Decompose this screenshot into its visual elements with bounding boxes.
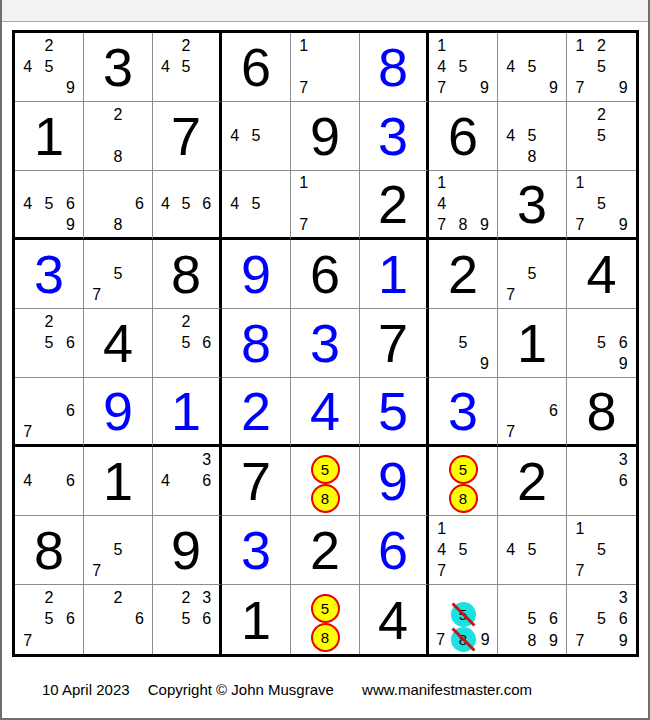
candidate-slot-4: 4 bbox=[155, 56, 176, 77]
candidate-slot-3: 3 bbox=[612, 449, 634, 470]
cell-r4c7[interactable]: 2 bbox=[429, 240, 498, 309]
cell-r6c1[interactable]: 67 bbox=[15, 378, 84, 447]
cell-r5c3[interactable]: 256 bbox=[153, 309, 222, 378]
cell-r4c4[interactable]: 9 bbox=[222, 240, 291, 309]
candidate-9: 9 bbox=[619, 216, 628, 234]
cell-r3c3[interactable]: 456 bbox=[153, 171, 222, 240]
candidate-slot-5 bbox=[38, 401, 59, 422]
cell-r8c7[interactable]: 1457 bbox=[429, 516, 498, 585]
candidate-slot-8 bbox=[38, 421, 59, 442]
candidate-slot-6: 6 bbox=[60, 332, 81, 353]
cell-r5c7[interactable]: 59 bbox=[429, 309, 498, 378]
cell-r1c3[interactable]: 245 bbox=[153, 33, 222, 102]
candidate-slot-7: 7 bbox=[431, 627, 451, 652]
candidate-slot-9 bbox=[612, 147, 634, 168]
candidate-slot-8 bbox=[591, 630, 613, 652]
candidate-9: 9 bbox=[66, 216, 75, 234]
cell-r7c4[interactable]: 7 bbox=[222, 447, 291, 516]
candidate-slot-7: 7 bbox=[500, 421, 521, 442]
candidate-7: 7 bbox=[23, 423, 32, 441]
candidate-3: 3 bbox=[619, 451, 628, 469]
candidate-slot-3 bbox=[543, 35, 564, 56]
solved-digit: 1 bbox=[34, 109, 64, 163]
solved-digit: 2 bbox=[378, 177, 408, 231]
cell-r9c1[interactable]: 2567 bbox=[15, 585, 84, 654]
candidate-5-yellow-circle: 5 bbox=[311, 455, 340, 484]
candidate-grid: 5789 bbox=[429, 585, 497, 654]
candidate-slot-9 bbox=[478, 484, 496, 513]
candidate-slot-1 bbox=[500, 518, 521, 539]
candidate-slot-3 bbox=[612, 518, 634, 539]
cell-r9c5[interactable]: 58 bbox=[291, 585, 360, 654]
candidate-1: 1 bbox=[575, 37, 584, 55]
candidate-slot-3 bbox=[60, 587, 81, 609]
candidate-slot-8 bbox=[176, 354, 197, 375]
candidate-slot-8: 8 bbox=[107, 147, 128, 168]
candidate-slot-3 bbox=[336, 35, 357, 56]
candidate-slot-3 bbox=[60, 173, 81, 194]
candidate-slot-1 bbox=[86, 242, 107, 263]
cell-r4c5[interactable]: 6 bbox=[291, 240, 360, 309]
candidate-2: 2 bbox=[45, 313, 54, 331]
cell-r2c4[interactable]: 45 bbox=[222, 102, 291, 171]
candidate-grid: 28 bbox=[84, 102, 152, 170]
cell-r9c9[interactable]: 35679 bbox=[567, 585, 636, 654]
candidate-slot-5 bbox=[521, 401, 542, 422]
candidate-slot-3 bbox=[474, 35, 495, 56]
candidate-slot-3 bbox=[474, 518, 495, 539]
candidate-slot-2: 2 bbox=[591, 104, 613, 125]
cell-r3c9[interactable]: 1579 bbox=[567, 171, 636, 240]
candidate-8: 8 bbox=[114, 148, 123, 166]
candidate-slot-1 bbox=[500, 35, 521, 56]
candidate-slot-4 bbox=[569, 194, 591, 215]
candidate-slot-4: 4 bbox=[17, 470, 38, 491]
candidate-2: 2 bbox=[182, 589, 191, 607]
solved-digit: 9 bbox=[103, 384, 133, 438]
candidate-9: 9 bbox=[619, 355, 628, 373]
candidate-slot-2 bbox=[591, 311, 613, 332]
candidate-7: 7 bbox=[23, 632, 32, 650]
candidate-slot-4 bbox=[17, 609, 38, 631]
cell-r6c8[interactable]: 67 bbox=[498, 378, 567, 447]
cell-r1c9[interactable]: 12579 bbox=[567, 33, 636, 102]
candidate-grid: 346 bbox=[153, 447, 219, 515]
candidate-slot-1 bbox=[500, 380, 521, 401]
candidate-slot-2: 2 bbox=[176, 587, 197, 609]
candidate-slot-7 bbox=[155, 78, 176, 99]
cell-r1c8[interactable]: 459 bbox=[498, 33, 567, 102]
candidate-grid: 1457 bbox=[429, 516, 497, 584]
candidate-slot-5: 5 bbox=[591, 539, 613, 560]
candidate-slot-9 bbox=[336, 214, 357, 235]
candidate-slot-2 bbox=[521, 104, 542, 125]
cell-r4c6[interactable]: 1 bbox=[360, 240, 429, 309]
cell-r3c4[interactable]: 45 bbox=[222, 171, 291, 240]
candidate-slot-1 bbox=[569, 449, 591, 470]
cell-r9c8[interactable]: 5689 bbox=[498, 585, 567, 654]
candidate-slot-6: 6 bbox=[60, 401, 81, 422]
candidate-slot-9: 9 bbox=[543, 630, 564, 652]
solved-digit: 1 bbox=[517, 316, 547, 370]
cell-r2c5[interactable]: 9 bbox=[291, 102, 360, 171]
cell-r4c1[interactable]: 3 bbox=[15, 240, 84, 309]
candidate-slot-8: 8 bbox=[521, 630, 542, 652]
candidate-slot-3 bbox=[196, 35, 217, 56]
candidate-slot-9 bbox=[543, 421, 564, 442]
sudoku-board: 2459324561781457945912579128745936458254… bbox=[12, 30, 639, 657]
candidate-grid: 458 bbox=[498, 102, 566, 170]
candidate-grid: 35679 bbox=[567, 585, 636, 654]
candidate-slot-9: 9 bbox=[612, 354, 634, 375]
candidate-8-cyan-circle-struck: 8 bbox=[451, 627, 476, 652]
candidate-slot-6 bbox=[340, 594, 358, 623]
candidate-4: 4 bbox=[161, 472, 170, 490]
candidate-5: 5 bbox=[597, 195, 606, 213]
cell-r5c1[interactable]: 256 bbox=[15, 309, 84, 378]
cell-r6c6[interactable]: 5 bbox=[360, 378, 429, 447]
candidate-slot-3 bbox=[476, 587, 496, 602]
candidate-5: 5 bbox=[45, 195, 54, 213]
cell-r5c2[interactable]: 4 bbox=[84, 309, 153, 378]
candidate-slot-7 bbox=[155, 492, 176, 513]
cell-r7c5[interactable]: 58 bbox=[291, 447, 360, 516]
candidate-6: 6 bbox=[619, 472, 628, 490]
cell-r2c9[interactable]: 25 bbox=[567, 102, 636, 171]
candidate-5: 5 bbox=[597, 541, 606, 559]
cell-r8c2[interactable]: 57 bbox=[84, 516, 153, 585]
candidate-slot-5: 5 bbox=[521, 539, 542, 560]
candidate-slot-6 bbox=[612, 56, 634, 77]
candidate-slot-4 bbox=[431, 332, 452, 353]
candidate-slot-9 bbox=[129, 561, 150, 582]
cell-r4c2[interactable]: 57 bbox=[84, 240, 153, 309]
cell-r8c1[interactable]: 8 bbox=[15, 516, 84, 585]
candidate-slot-7 bbox=[224, 214, 245, 235]
cell-r7c3[interactable]: 346 bbox=[153, 447, 222, 516]
cell-r5c5[interactable]: 3 bbox=[291, 309, 360, 378]
candidate-slot-1 bbox=[17, 311, 38, 332]
candidate-slot-7: 7 bbox=[17, 421, 38, 442]
candidate-slot-7: 7 bbox=[431, 78, 452, 99]
candidate-slot-5: 5 bbox=[176, 332, 197, 353]
candidate-slot-2 bbox=[107, 518, 128, 539]
candidate-slot-5: 5 bbox=[176, 56, 197, 77]
cell-r6c4[interactable]: 2 bbox=[222, 378, 291, 447]
candidate-slot-2 bbox=[591, 587, 613, 609]
candidate-slot-3: 3 bbox=[196, 587, 217, 609]
candidate-slot-4: 4 bbox=[500, 539, 521, 560]
candidate-slot-4 bbox=[431, 602, 451, 627]
solved-digit: 6 bbox=[448, 109, 478, 163]
candidate-1: 1 bbox=[437, 520, 446, 538]
candidate-grid: 456 bbox=[153, 171, 219, 237]
candidate-slot-7 bbox=[17, 78, 38, 99]
cell-r2c3[interactable]: 7 bbox=[153, 102, 222, 171]
candidate-4: 4 bbox=[506, 541, 515, 559]
candidate-slot-7 bbox=[293, 484, 311, 513]
candidate-slot-6 bbox=[267, 194, 288, 215]
candidate-slot-6 bbox=[267, 125, 288, 146]
candidate-grid: 36 bbox=[567, 447, 636, 515]
cell-r6c5[interactable]: 4 bbox=[291, 378, 360, 447]
solved-digit: 3 bbox=[448, 384, 478, 438]
candidate-grid: 58 bbox=[429, 447, 497, 515]
cell-r3c7[interactable]: 14789 bbox=[429, 171, 498, 240]
cell-r4c8[interactable]: 57 bbox=[498, 240, 567, 309]
cell-r1c4[interactable]: 6 bbox=[222, 33, 291, 102]
cell-r6c2[interactable]: 9 bbox=[84, 378, 153, 447]
candidate-9: 9 bbox=[619, 632, 628, 650]
candidate-slot-8 bbox=[591, 492, 613, 513]
candidate-5: 5 bbox=[182, 610, 191, 628]
candidate-slot-6: 6 bbox=[543, 609, 564, 631]
cell-r6c7[interactable]: 3 bbox=[429, 378, 498, 447]
footer-url: www.manifestmaster.com bbox=[362, 681, 532, 698]
candidate-7: 7 bbox=[437, 79, 446, 97]
cell-r5c8[interactable]: 1 bbox=[498, 309, 567, 378]
candidate-slot-6 bbox=[474, 194, 495, 215]
candidate-slot-9: 9 bbox=[474, 354, 495, 375]
candidate-grid: 58 bbox=[291, 585, 359, 654]
candidate-slot-9 bbox=[612, 492, 634, 513]
cell-r7c9[interactable]: 36 bbox=[567, 447, 636, 516]
candidate-2: 2 bbox=[597, 106, 606, 124]
candidate-slot-6 bbox=[336, 56, 357, 77]
candidate-9: 9 bbox=[619, 79, 628, 97]
solved-digit: 3 bbox=[310, 316, 340, 370]
candidate-9: 9 bbox=[480, 355, 489, 373]
candidate-slot-1 bbox=[569, 587, 591, 609]
candidate-slot-5: 5 bbox=[176, 609, 197, 631]
cell-r8c9[interactable]: 157 bbox=[567, 516, 636, 585]
cell-r3c1[interactable]: 4569 bbox=[15, 171, 84, 240]
cell-r7c1[interactable]: 46 bbox=[15, 447, 84, 516]
cell-r2c6[interactable]: 3 bbox=[360, 102, 429, 171]
cell-r5c6[interactable]: 7 bbox=[360, 309, 429, 378]
cell-r1c5[interactable]: 17 bbox=[291, 33, 360, 102]
cell-r9c7[interactable]: 5789 bbox=[429, 585, 498, 654]
cell-r3c6[interactable]: 2 bbox=[360, 171, 429, 240]
candidate-slot-5: 5 bbox=[176, 194, 197, 215]
candidate-slot-2: 2 bbox=[176, 35, 197, 56]
candidate-slot-6: 6 bbox=[612, 332, 634, 353]
candidate-grid: 1579 bbox=[567, 171, 636, 237]
cell-r3c8[interactable]: 3 bbox=[498, 171, 567, 240]
candidate-7: 7 bbox=[575, 632, 584, 650]
candidate-slot-8 bbox=[591, 147, 613, 168]
cell-r9c4[interactable]: 1 bbox=[222, 585, 291, 654]
candidate-slot-2 bbox=[107, 242, 128, 263]
candidate-8: 8 bbox=[114, 216, 123, 234]
candidate-9: 9 bbox=[66, 79, 75, 97]
candidate-7: 7 bbox=[299, 216, 308, 234]
candidate-1: 1 bbox=[299, 37, 308, 55]
candidate-slot-9 bbox=[612, 561, 634, 582]
candidate-slot-4: 4 bbox=[224, 194, 245, 215]
candidate-6: 6 bbox=[135, 610, 144, 628]
candidate-slot-3 bbox=[474, 173, 495, 194]
candidate-slot-7 bbox=[224, 147, 245, 168]
cell-r9c3[interactable]: 2356 bbox=[153, 585, 222, 654]
candidate-slot-7: 7 bbox=[17, 630, 38, 652]
candidate-4: 4 bbox=[230, 127, 239, 145]
cell-r5c9[interactable]: 569 bbox=[567, 309, 636, 378]
candidate-slot-8 bbox=[521, 421, 542, 442]
solved-digit: 2 bbox=[241, 384, 271, 438]
candidate-slot-3 bbox=[60, 311, 81, 332]
solved-digit: 3 bbox=[517, 177, 547, 231]
candidate-6: 6 bbox=[202, 195, 211, 213]
cell-r8c8[interactable]: 45 bbox=[498, 516, 567, 585]
candidate-slot-8 bbox=[107, 630, 128, 652]
candidate-slot-9 bbox=[267, 147, 288, 168]
candidate-grid: 2567 bbox=[15, 585, 83, 654]
cell-r1c1[interactable]: 2459 bbox=[15, 33, 84, 102]
cell-r2c7[interactable]: 6 bbox=[429, 102, 498, 171]
cell-r7c8[interactable]: 2 bbox=[498, 447, 567, 516]
cell-r5c4[interactable]: 8 bbox=[222, 309, 291, 378]
candidate-slot-2: 2 bbox=[591, 35, 613, 56]
candidate-9: 9 bbox=[481, 631, 490, 649]
cell-r7c7[interactable]: 58 bbox=[429, 447, 498, 516]
candidate-slot-4 bbox=[500, 263, 521, 284]
candidate-slot-5: 5 bbox=[521, 609, 542, 631]
candidate-7: 7 bbox=[92, 562, 101, 580]
candidate-slot-1 bbox=[569, 104, 591, 125]
cell-r7c6[interactable]: 9 bbox=[360, 447, 429, 516]
candidate-slot-5 bbox=[107, 609, 128, 631]
candidate-slot-9 bbox=[196, 354, 217, 375]
candidate-slot-7: 7 bbox=[293, 78, 314, 99]
candidate-slot-2 bbox=[38, 173, 59, 194]
candidate-slot-1 bbox=[224, 104, 245, 125]
candidate-slot-4 bbox=[569, 125, 591, 146]
cell-r1c6[interactable]: 8 bbox=[360, 33, 429, 102]
cell-r2c8[interactable]: 458 bbox=[498, 102, 567, 171]
candidate-slot-9: 9 bbox=[612, 214, 634, 235]
candidate-slot-9: 9 bbox=[474, 214, 495, 235]
cell-r2c1[interactable]: 1 bbox=[15, 102, 84, 171]
candidate-8: 8 bbox=[528, 632, 537, 650]
cell-r3c5[interactable]: 17 bbox=[291, 171, 360, 240]
candidate-slot-1: 1 bbox=[569, 35, 591, 56]
candidate-slot-7: 7 bbox=[86, 561, 107, 582]
candidate-slot-2 bbox=[591, 518, 613, 539]
candidate-slot-9 bbox=[60, 354, 81, 375]
candidate-slot-3 bbox=[543, 587, 564, 609]
candidate-7: 7 bbox=[299, 79, 308, 97]
candidate-slot-9: 9 bbox=[60, 78, 81, 99]
candidate-7: 7 bbox=[575, 79, 584, 97]
cell-r2c2[interactable]: 28 bbox=[84, 102, 153, 171]
candidate-slot-8 bbox=[107, 285, 128, 306]
candidate-slot-6: 6 bbox=[196, 470, 217, 491]
solved-digit: 1 bbox=[241, 593, 271, 647]
candidate-grid: 46 bbox=[15, 447, 83, 515]
candidate-slot-4: 4 bbox=[500, 125, 521, 146]
candidate-slot-8: 8 bbox=[311, 623, 340, 652]
solved-digit: 8 bbox=[34, 523, 64, 577]
candidate-slot-1 bbox=[569, 311, 591, 332]
candidate-slot-6: 6 bbox=[196, 609, 217, 631]
candidate-6: 6 bbox=[66, 334, 75, 352]
cell-r7c2[interactable]: 1 bbox=[84, 447, 153, 516]
candidate-slot-2: 2 bbox=[107, 587, 128, 609]
candidate-slot-5: 5 bbox=[591, 609, 613, 631]
candidate-7: 7 bbox=[575, 562, 584, 580]
cell-r8c4[interactable]: 3 bbox=[222, 516, 291, 585]
candidate-slot-3: 3 bbox=[612, 587, 634, 609]
candidate-slot-6: 6 bbox=[612, 609, 634, 631]
cell-r1c2[interactable]: 3 bbox=[84, 33, 153, 102]
candidate-slot-5: 5 bbox=[521, 125, 542, 146]
candidate-4: 4 bbox=[230, 195, 239, 213]
candidate-slot-7: 7 bbox=[569, 561, 591, 582]
candidate-slot-9: 9 bbox=[612, 630, 634, 652]
candidate-slot-8: 8 bbox=[449, 484, 478, 513]
candidate-8: 8 bbox=[528, 148, 537, 166]
candidate-slot-1 bbox=[155, 311, 176, 332]
candidate-slot-8 bbox=[38, 214, 59, 235]
candidate-slot-2 bbox=[176, 449, 197, 470]
candidate-grid: 58 bbox=[291, 447, 359, 515]
candidate-5: 5 bbox=[528, 58, 537, 76]
candidate-slot-3 bbox=[336, 173, 357, 194]
solved-digit: 6 bbox=[241, 40, 271, 94]
candidate-slot-5: 5 bbox=[591, 125, 613, 146]
candidate-6: 6 bbox=[66, 402, 75, 420]
candidate-slot-6 bbox=[129, 125, 150, 146]
candidate-slot-5: 5 bbox=[591, 56, 613, 77]
candidate-9: 9 bbox=[480, 79, 489, 97]
cell-r8c6[interactable]: 6 bbox=[360, 516, 429, 585]
cell-r1c7[interactable]: 14579 bbox=[429, 33, 498, 102]
candidate-grid: 45 bbox=[222, 102, 290, 170]
candidate-slot-5: 5 bbox=[107, 263, 128, 284]
candidate-slot-9 bbox=[543, 285, 564, 306]
footer-copyright: Copyright © John Musgrave bbox=[148, 681, 334, 698]
cell-r6c9[interactable]: 8 bbox=[567, 378, 636, 447]
candidate-slot-3 bbox=[474, 311, 495, 332]
candidate-grid: 45 bbox=[498, 516, 566, 584]
solved-digit: 4 bbox=[586, 247, 616, 301]
candidate-slot-8 bbox=[38, 630, 59, 652]
candidate-slot-9 bbox=[196, 78, 217, 99]
cell-r6c3[interactable]: 1 bbox=[153, 378, 222, 447]
solved-digit: 9 bbox=[171, 523, 201, 577]
candidate-slot-3 bbox=[129, 242, 150, 263]
cell-r4c3[interactable]: 8 bbox=[153, 240, 222, 309]
candidate-8-yellow-circle: 8 bbox=[311, 623, 340, 652]
candidate-slot-5 bbox=[452, 194, 473, 215]
cell-r3c2[interactable]: 68 bbox=[84, 171, 153, 240]
cell-r9c2[interactable]: 26 bbox=[84, 585, 153, 654]
candidate-slot-5: 5 bbox=[311, 594, 340, 623]
cell-r4c9[interactable]: 4 bbox=[567, 240, 636, 309]
cell-r9c6[interactable]: 4 bbox=[360, 585, 429, 654]
candidate-4: 4 bbox=[161, 58, 170, 76]
candidate-grid: 256 bbox=[153, 309, 219, 377]
candidate-grid: 67 bbox=[15, 378, 83, 444]
candidate-slot-7 bbox=[293, 623, 311, 652]
candidate-7: 7 bbox=[436, 631, 445, 649]
candidate-slot-3 bbox=[60, 35, 81, 56]
cell-r8c5[interactable]: 2 bbox=[291, 516, 360, 585]
candidate-slot-3 bbox=[60, 380, 81, 401]
cell-r8c3[interactable]: 9 bbox=[153, 516, 222, 585]
candidate-slot-8 bbox=[176, 214, 197, 235]
